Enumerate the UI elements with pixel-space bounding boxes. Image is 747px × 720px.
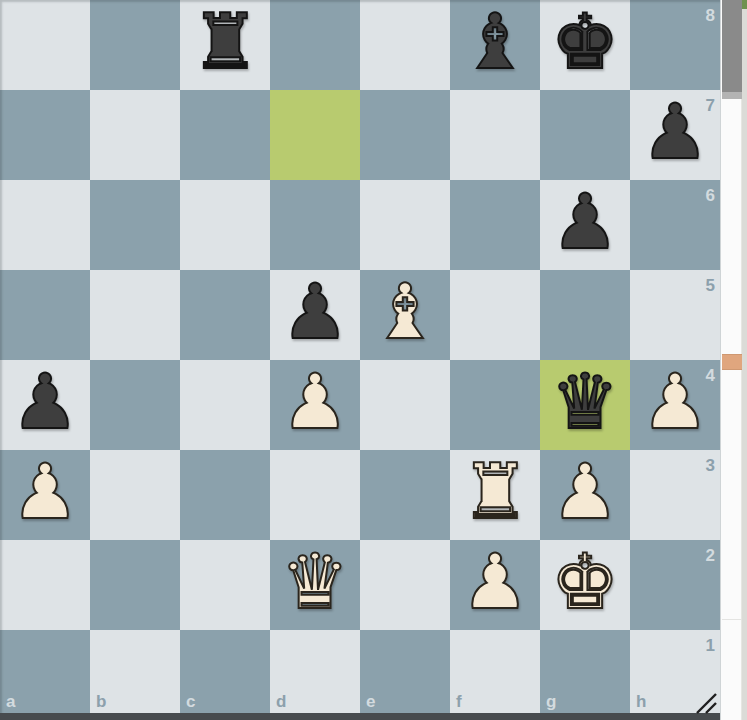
square-e2[interactable] xyxy=(360,540,450,630)
white-queen-d2[interactable]: ♛ xyxy=(270,540,360,630)
square-c7[interactable] xyxy=(180,90,270,180)
square-e6[interactable] xyxy=(360,180,450,270)
rank-label-8: 8 xyxy=(706,7,715,24)
square-a6[interactable] xyxy=(0,180,90,270)
black-bishop-f8[interactable]: ♝ xyxy=(450,0,540,90)
square-c4[interactable] xyxy=(180,360,270,450)
square-f6[interactable] xyxy=(450,180,540,270)
black-pawn-h7[interactable]: ♟ xyxy=(630,90,720,180)
rank-label-6: 6 xyxy=(706,187,715,204)
square-f3[interactable]: ♜ xyxy=(450,450,540,540)
square-e7[interactable] xyxy=(360,90,450,180)
scrollbar-highlight-marker[interactable] xyxy=(722,354,742,370)
square-c3[interactable] xyxy=(180,450,270,540)
white-pawn-f2[interactable]: ♟ xyxy=(450,540,540,630)
square-a2[interactable] xyxy=(0,540,90,630)
square-b2[interactable] xyxy=(90,540,180,630)
white-pawn-d4[interactable]: ♟ xyxy=(270,360,360,450)
square-h3[interactable]: 3 xyxy=(630,450,720,540)
square-b6[interactable] xyxy=(90,180,180,270)
square-c2[interactable] xyxy=(180,540,270,630)
square-g7[interactable] xyxy=(540,90,630,180)
square-d5[interactable]: ♟ xyxy=(270,270,360,360)
square-b3[interactable] xyxy=(90,450,180,540)
square-a4[interactable]: ♟ xyxy=(0,360,90,450)
square-d8[interactable] xyxy=(270,0,360,90)
file-label-e: e xyxy=(366,693,375,710)
white-pawn-h4[interactable]: ♟ xyxy=(630,360,720,450)
black-pawn-g6[interactable]: ♟ xyxy=(540,180,630,270)
square-c1[interactable]: c xyxy=(180,630,270,720)
square-b7[interactable] xyxy=(90,90,180,180)
square-b1[interactable]: b xyxy=(90,630,180,720)
file-label-d: d xyxy=(276,693,286,710)
square-c6[interactable] xyxy=(180,180,270,270)
square-e3[interactable] xyxy=(360,450,450,540)
square-d4[interactable]: ♟ xyxy=(270,360,360,450)
square-g6[interactable]: ♟ xyxy=(540,180,630,270)
file-label-b: b xyxy=(96,693,106,710)
square-h6[interactable]: 6 xyxy=(630,180,720,270)
white-king-g2[interactable]: ♚ xyxy=(540,540,630,630)
file-label-h: h xyxy=(636,693,646,710)
square-g2[interactable]: ♚ xyxy=(540,540,630,630)
square-g3[interactable]: ♟ xyxy=(540,450,630,540)
square-g8[interactable]: ♚ xyxy=(540,0,630,90)
square-f5[interactable] xyxy=(450,270,540,360)
black-pawn-a4[interactable]: ♟ xyxy=(0,360,90,450)
black-rook-c8[interactable]: ♜ xyxy=(180,0,270,90)
square-a1[interactable]: a xyxy=(0,630,90,720)
rank-label-2: 2 xyxy=(706,547,715,564)
file-label-c: c xyxy=(186,693,195,710)
square-d1[interactable]: d xyxy=(270,630,360,720)
black-pawn-d5[interactable]: ♟ xyxy=(270,270,360,360)
square-e4[interactable] xyxy=(360,360,450,450)
square-a5[interactable] xyxy=(0,270,90,360)
chess-board: ♜♝♚87♟♟6♟♝5♟♟♛4♟♟♜♟3♛♟♚2abcdefg1h xyxy=(0,0,720,720)
rank-label-5: 5 xyxy=(706,277,715,294)
black-king-g8[interactable]: ♚ xyxy=(540,0,630,90)
white-rook-f3[interactable]: ♜ xyxy=(450,450,540,540)
square-a8[interactable] xyxy=(0,0,90,90)
board-bottom-edge xyxy=(0,713,720,720)
file-label-a: a xyxy=(6,693,15,710)
square-g1[interactable]: g xyxy=(540,630,630,720)
rank-label-3: 3 xyxy=(706,457,715,474)
square-h7[interactable]: 7♟ xyxy=(630,90,720,180)
square-h8[interactable]: 8 xyxy=(630,0,720,90)
resize-handle[interactable] xyxy=(695,692,719,716)
square-d3[interactable] xyxy=(270,450,360,540)
square-g5[interactable] xyxy=(540,270,630,360)
file-label-f: f xyxy=(456,693,462,710)
scroll-gutter xyxy=(720,0,747,720)
square-f7[interactable] xyxy=(450,90,540,180)
square-c5[interactable] xyxy=(180,270,270,360)
white-bishop-e5[interactable]: ♝ xyxy=(360,270,450,360)
analysis-window: ♜♝♚87♟♟6♟♝5♟♟♛4♟♟♜♟3♛♟♚2abcdefg1h xyxy=(0,0,747,720)
square-a7[interactable] xyxy=(0,90,90,180)
square-f1[interactable]: f xyxy=(450,630,540,720)
square-f8[interactable]: ♝ xyxy=(450,0,540,90)
file-label-g: g xyxy=(546,693,556,710)
square-h4[interactable]: 4♟ xyxy=(630,360,720,450)
square-f2[interactable]: ♟ xyxy=(450,540,540,630)
square-d7[interactable] xyxy=(270,90,360,180)
black-queen-g4[interactable]: ♛ xyxy=(540,360,630,450)
scrollbar-thumb[interactable] xyxy=(722,0,742,93)
square-e8[interactable] xyxy=(360,0,450,90)
square-h2[interactable]: 2 xyxy=(630,540,720,630)
square-b8[interactable] xyxy=(90,0,180,90)
square-f4[interactable] xyxy=(450,360,540,450)
square-c8[interactable]: ♜ xyxy=(180,0,270,90)
square-h5[interactable]: 5 xyxy=(630,270,720,360)
square-d2[interactable]: ♛ xyxy=(270,540,360,630)
track-seam xyxy=(722,619,742,620)
square-e5[interactable]: ♝ xyxy=(360,270,450,360)
square-d6[interactable] xyxy=(270,180,360,270)
square-e1[interactable]: e xyxy=(360,630,450,720)
rank-label-1: 1 xyxy=(706,637,715,654)
white-pawn-a3[interactable]: ♟ xyxy=(0,450,90,540)
square-a3[interactable]: ♟ xyxy=(0,450,90,540)
square-g4[interactable]: ♛ xyxy=(540,360,630,450)
white-pawn-g3[interactable]: ♟ xyxy=(540,450,630,540)
square-b5[interactable] xyxy=(90,270,180,360)
square-b4[interactable] xyxy=(90,360,180,450)
